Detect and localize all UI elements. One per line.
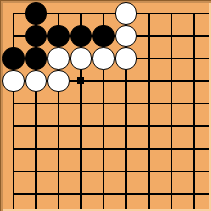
white-stone — [2, 70, 25, 93]
white-stone — [47, 47, 70, 70]
white-stone — [70, 47, 93, 70]
black-stone — [25, 2, 48, 25]
white-stone — [115, 47, 138, 70]
white-stone — [115, 25, 138, 48]
white-stone — [115, 2, 138, 25]
white-stone — [47, 70, 70, 93]
black-stone — [2, 47, 25, 70]
white-stone — [92, 47, 115, 70]
board-intersections — [2, 2, 205, 205]
black-stone — [70, 25, 93, 48]
black-stone — [25, 47, 48, 70]
black-stone — [25, 25, 48, 48]
black-stone — [47, 25, 70, 48]
black-stone — [92, 25, 115, 48]
star-point-marker — [77, 77, 84, 84]
white-stone — [25, 70, 48, 93]
go-board — [0, 0, 211, 211]
